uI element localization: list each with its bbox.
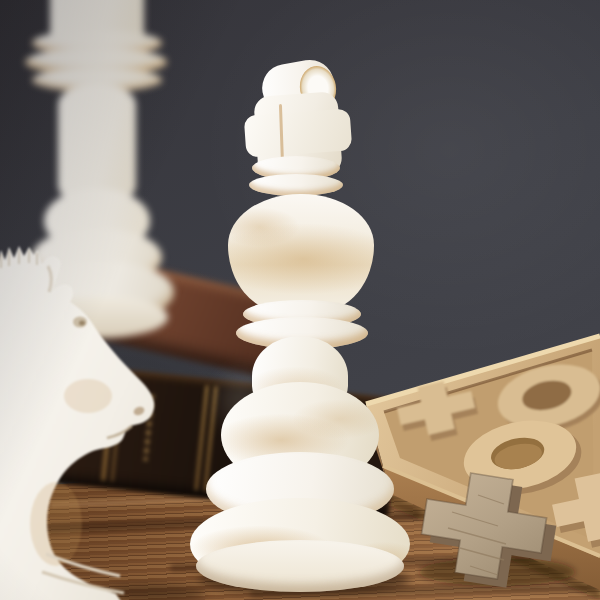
scene: Whitewashed wooden chess pieces with ant… [0,0,600,600]
ttt-x-piece-loose [0,0,600,600]
